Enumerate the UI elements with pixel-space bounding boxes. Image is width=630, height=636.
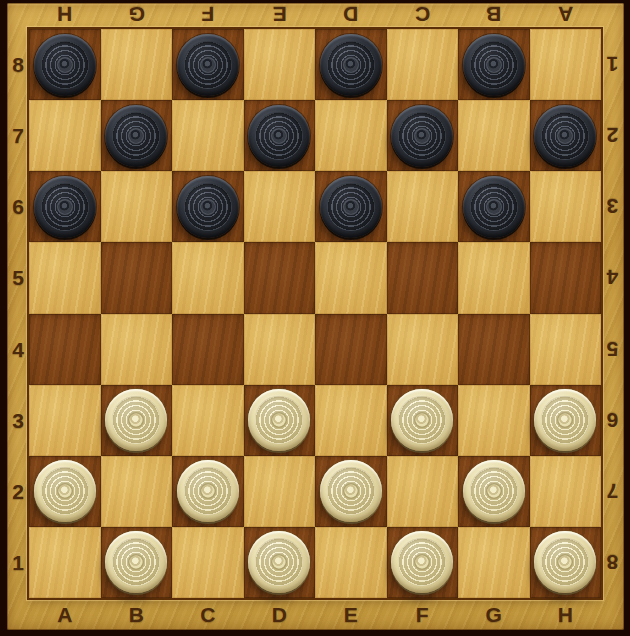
square-b5[interactable] bbox=[101, 242, 173, 313]
coordinate-label-bottom-h: H bbox=[530, 599, 602, 629]
coordinate-label-left-3: 3 bbox=[7, 385, 29, 456]
coordinate-label-right-6: 6 bbox=[601, 385, 624, 456]
square-g5[interactable] bbox=[458, 242, 530, 313]
square-d7[interactable] bbox=[244, 100, 316, 171]
white-man-f1[interactable] bbox=[391, 531, 453, 593]
coordinate-label-right-3: 3 bbox=[601, 171, 624, 242]
coordinate-label-right-1: 1 bbox=[601, 29, 624, 100]
white-man-h1[interactable] bbox=[534, 531, 596, 593]
square-g7[interactable] bbox=[458, 100, 530, 171]
square-a8[interactable] bbox=[29, 29, 101, 100]
black-man-a8[interactable] bbox=[34, 34, 96, 96]
square-h1[interactable] bbox=[530, 527, 602, 598]
square-d3[interactable] bbox=[244, 385, 316, 456]
square-g8[interactable] bbox=[458, 29, 530, 100]
top-coordinates: HGFEDCBA bbox=[29, 2, 601, 28]
left-coordinates: 87654321 bbox=[7, 29, 29, 598]
checkers-board bbox=[29, 29, 601, 598]
square-h3[interactable] bbox=[530, 385, 602, 456]
coordinate-label-top-e: E bbox=[244, 2, 316, 28]
coordinate-label-top-d: D bbox=[315, 2, 387, 28]
coordinate-label-bottom-e: E bbox=[315, 599, 387, 629]
square-e5[interactable] bbox=[315, 242, 387, 313]
square-g2[interactable] bbox=[458, 456, 530, 527]
square-e6[interactable] bbox=[315, 171, 387, 242]
square-c5[interactable] bbox=[172, 242, 244, 313]
coordinate-label-right-5: 5 bbox=[601, 314, 624, 385]
square-a4[interactable] bbox=[29, 314, 101, 385]
white-man-g2[interactable] bbox=[463, 460, 525, 522]
square-a6[interactable] bbox=[29, 171, 101, 242]
coordinate-label-left-8: 8 bbox=[7, 29, 29, 100]
square-b1[interactable] bbox=[101, 527, 173, 598]
square-d6[interactable] bbox=[244, 171, 316, 242]
square-c3[interactable] bbox=[172, 385, 244, 456]
bottom-coordinates: ABCDEFGH bbox=[29, 599, 601, 629]
coordinate-label-left-4: 4 bbox=[7, 314, 29, 385]
coordinate-label-left-5: 5 bbox=[7, 242, 29, 313]
square-d8[interactable] bbox=[244, 29, 316, 100]
square-h4[interactable] bbox=[530, 314, 602, 385]
coordinate-label-bottom-d: D bbox=[244, 599, 316, 629]
black-man-c6[interactable] bbox=[177, 176, 239, 238]
square-c2[interactable] bbox=[172, 456, 244, 527]
square-b4[interactable] bbox=[101, 314, 173, 385]
coordinate-label-top-c: C bbox=[387, 2, 459, 28]
square-a5[interactable] bbox=[29, 242, 101, 313]
white-man-b3[interactable] bbox=[105, 389, 167, 451]
square-d2[interactable] bbox=[244, 456, 316, 527]
square-c4[interactable] bbox=[172, 314, 244, 385]
coordinate-label-bottom-g: G bbox=[458, 599, 530, 629]
square-e2[interactable] bbox=[315, 456, 387, 527]
black-man-e6[interactable] bbox=[320, 176, 382, 238]
black-man-g8[interactable] bbox=[463, 34, 525, 96]
coordinate-label-bottom-f: F bbox=[387, 599, 459, 629]
coordinate-label-top-h: H bbox=[29, 2, 101, 28]
square-d1[interactable] bbox=[244, 527, 316, 598]
square-c1[interactable] bbox=[172, 527, 244, 598]
square-h6[interactable] bbox=[530, 171, 602, 242]
white-man-d1[interactable] bbox=[248, 531, 310, 593]
white-man-d3[interactable] bbox=[248, 389, 310, 451]
coordinate-label-left-2: 2 bbox=[7, 456, 29, 527]
coordinate-label-top-a: A bbox=[530, 2, 602, 28]
black-man-c8[interactable] bbox=[177, 34, 239, 96]
square-h2[interactable] bbox=[530, 456, 602, 527]
square-e8[interactable] bbox=[315, 29, 387, 100]
square-c6[interactable] bbox=[172, 171, 244, 242]
coordinate-label-top-g: G bbox=[101, 2, 173, 28]
square-f6[interactable] bbox=[387, 171, 459, 242]
coordinate-label-bottom-a: A bbox=[29, 599, 101, 629]
square-e1[interactable] bbox=[315, 527, 387, 598]
square-f7[interactable] bbox=[387, 100, 459, 171]
square-b6[interactable] bbox=[101, 171, 173, 242]
checkers-app-window: HGFEDCBA ABCDEFGH 87654321 12345678 bbox=[0, 0, 630, 636]
coordinate-label-top-b: B bbox=[458, 2, 530, 28]
black-man-e8[interactable] bbox=[320, 34, 382, 96]
white-man-c2[interactable] bbox=[177, 460, 239, 522]
white-man-a2[interactable] bbox=[34, 460, 96, 522]
square-d4[interactable] bbox=[244, 314, 316, 385]
white-man-e2[interactable] bbox=[320, 460, 382, 522]
coordinate-label-right-8: 8 bbox=[601, 527, 624, 598]
square-e3[interactable] bbox=[315, 385, 387, 456]
square-h7[interactable] bbox=[530, 100, 602, 171]
square-b2[interactable] bbox=[101, 456, 173, 527]
black-man-d7[interactable] bbox=[248, 105, 310, 167]
square-g1[interactable] bbox=[458, 527, 530, 598]
black-man-h7[interactable] bbox=[534, 105, 596, 167]
black-man-b7[interactable] bbox=[105, 105, 167, 167]
square-a3[interactable] bbox=[29, 385, 101, 456]
coordinate-label-left-7: 7 bbox=[7, 100, 29, 171]
coordinate-label-right-7: 7 bbox=[601, 456, 624, 527]
square-b7[interactable] bbox=[101, 100, 173, 171]
square-g3[interactable] bbox=[458, 385, 530, 456]
square-c7[interactable] bbox=[172, 100, 244, 171]
coordinate-label-right-2: 2 bbox=[601, 100, 624, 171]
square-f1[interactable] bbox=[387, 527, 459, 598]
square-f2[interactable] bbox=[387, 456, 459, 527]
square-b8[interactable] bbox=[101, 29, 173, 100]
white-man-f3[interactable] bbox=[391, 389, 453, 451]
coordinate-label-left-6: 6 bbox=[7, 171, 29, 242]
white-man-h3[interactable] bbox=[534, 389, 596, 451]
black-man-a6[interactable] bbox=[34, 176, 96, 238]
coordinate-label-left-1: 1 bbox=[7, 527, 29, 598]
square-d5[interactable] bbox=[244, 242, 316, 313]
square-e4[interactable] bbox=[315, 314, 387, 385]
square-g4[interactable] bbox=[458, 314, 530, 385]
square-a7[interactable] bbox=[29, 100, 101, 171]
square-g6[interactable] bbox=[458, 171, 530, 242]
white-man-b1[interactable] bbox=[105, 531, 167, 593]
coordinate-label-right-4: 4 bbox=[601, 242, 624, 313]
coordinate-label-top-f: F bbox=[172, 2, 244, 28]
square-f4[interactable] bbox=[387, 314, 459, 385]
black-man-f7[interactable] bbox=[391, 105, 453, 167]
right-coordinates: 12345678 bbox=[601, 29, 624, 598]
square-c8[interactable] bbox=[172, 29, 244, 100]
square-a1[interactable] bbox=[29, 527, 101, 598]
square-e7[interactable] bbox=[315, 100, 387, 171]
black-man-g6[interactable] bbox=[463, 176, 525, 238]
coordinate-label-bottom-b: B bbox=[101, 599, 173, 629]
square-f5[interactable] bbox=[387, 242, 459, 313]
square-h5[interactable] bbox=[530, 242, 602, 313]
square-b3[interactable] bbox=[101, 385, 173, 456]
square-f3[interactable] bbox=[387, 385, 459, 456]
coordinate-label-bottom-c: C bbox=[172, 599, 244, 629]
square-a2[interactable] bbox=[29, 456, 101, 527]
square-h8[interactable] bbox=[530, 29, 602, 100]
square-f8[interactable] bbox=[387, 29, 459, 100]
